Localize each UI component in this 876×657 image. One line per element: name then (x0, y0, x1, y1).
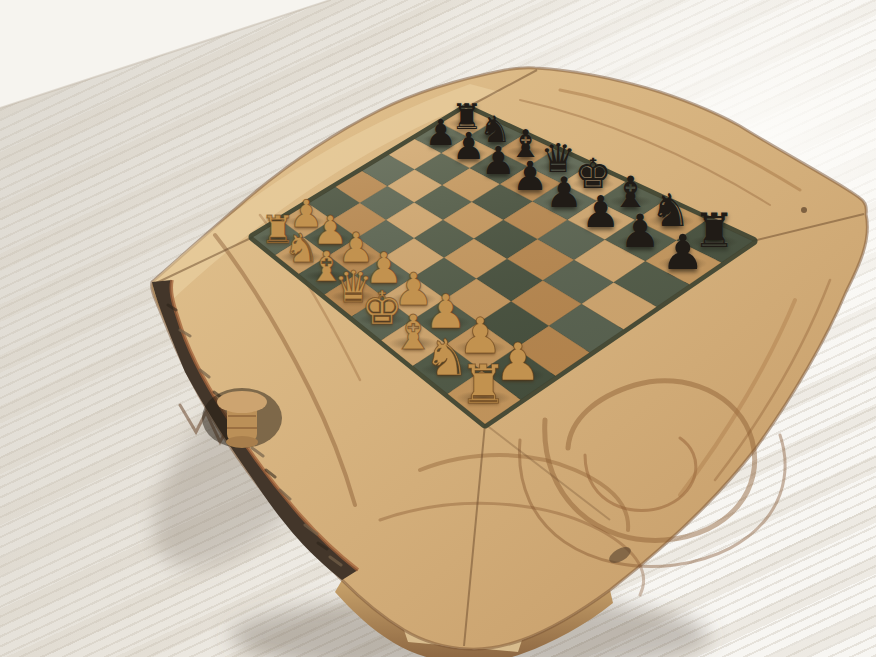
photo-scene: ♜♞♝♛♚♝♞♜♟♟♟♟♟♟♟♟♟♟♟♟♟♟♟♟♜♞♝♛♚♝♞♜ (0, 0, 876, 657)
board-leg (202, 388, 282, 448)
piece-black-pawn-h7[interactable]: ♟ (635, 227, 731, 278)
piece-white-rook-h1[interactable]: ♜ (430, 358, 536, 414)
